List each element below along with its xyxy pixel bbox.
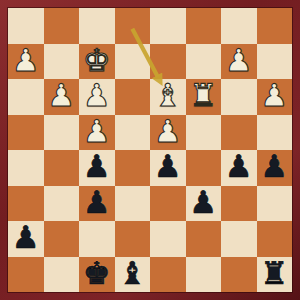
square-f3[interactable]: ♟	[186, 186, 222, 222]
square-f6[interactable]: ♜	[186, 79, 222, 115]
square-a3[interactable]	[8, 186, 44, 222]
square-f4[interactable]	[186, 150, 222, 186]
square-a6[interactable]	[8, 79, 44, 115]
square-h5[interactable]	[257, 115, 293, 151]
white-bishop[interactable]: ♝	[154, 80, 182, 111]
square-e1[interactable]	[150, 257, 186, 293]
square-b5[interactable]	[44, 115, 80, 151]
square-f7[interactable]	[186, 44, 222, 80]
square-e7[interactable]	[150, 44, 186, 80]
black-pawn[interactable]: ♟	[154, 151, 182, 182]
white-pawn[interactable]: ♟	[47, 80, 75, 111]
square-c8[interactable]	[79, 8, 115, 44]
square-h4[interactable]: ♟	[257, 150, 293, 186]
white-pawn[interactable]: ♟	[154, 116, 182, 147]
square-h3[interactable]	[257, 186, 293, 222]
square-b8[interactable]	[44, 8, 80, 44]
square-d2[interactable]	[115, 221, 151, 257]
square-b7[interactable]	[44, 44, 80, 80]
square-h1[interactable]: ♜	[257, 257, 293, 293]
chess-board: ♟♚♟♟♟♝♜♟♟♟♟♟♟♟♟♟♟♚♝♜	[8, 8, 292, 292]
square-c2[interactable]	[79, 221, 115, 257]
square-h8[interactable]	[257, 8, 293, 44]
square-d4[interactable]	[115, 150, 151, 186]
square-g5[interactable]	[221, 115, 257, 151]
black-rook[interactable]: ♜	[260, 258, 288, 289]
black-pawn[interactable]: ♟	[189, 187, 217, 218]
square-g6[interactable]	[221, 79, 257, 115]
square-a7[interactable]: ♟	[8, 44, 44, 80]
white-pawn[interactable]: ♟	[260, 80, 288, 111]
black-pawn[interactable]: ♟	[260, 151, 288, 182]
square-d7[interactable]	[115, 44, 151, 80]
black-pawn[interactable]: ♟	[83, 187, 111, 218]
square-g7[interactable]: ♟	[221, 44, 257, 80]
white-rook[interactable]: ♜	[189, 80, 217, 111]
white-pawn[interactable]: ♟	[83, 80, 111, 111]
square-h7[interactable]	[257, 44, 293, 80]
square-c3[interactable]: ♟	[79, 186, 115, 222]
square-d3[interactable]	[115, 186, 151, 222]
white-pawn[interactable]: ♟	[225, 45, 253, 76]
square-d6[interactable]	[115, 79, 151, 115]
black-bishop[interactable]: ♝	[118, 258, 146, 289]
square-c6[interactable]: ♟	[79, 79, 115, 115]
square-a2[interactable]: ♟	[8, 221, 44, 257]
square-b6[interactable]: ♟	[44, 79, 80, 115]
square-e4[interactable]: ♟	[150, 150, 186, 186]
white-pawn[interactable]: ♟	[83, 116, 111, 147]
square-b3[interactable]	[44, 186, 80, 222]
square-f5[interactable]	[186, 115, 222, 151]
square-f8[interactable]	[186, 8, 222, 44]
square-b1[interactable]	[44, 257, 80, 293]
square-g1[interactable]	[221, 257, 257, 293]
square-a8[interactable]	[8, 8, 44, 44]
square-e8[interactable]	[150, 8, 186, 44]
square-g3[interactable]	[221, 186, 257, 222]
white-king[interactable]: ♚	[83, 45, 111, 76]
square-a4[interactable]	[8, 150, 44, 186]
square-f2[interactable]	[186, 221, 222, 257]
square-g4[interactable]: ♟	[221, 150, 257, 186]
square-c7[interactable]: ♚	[79, 44, 115, 80]
square-c4[interactable]: ♟	[79, 150, 115, 186]
square-e6[interactable]: ♝	[150, 79, 186, 115]
square-a1[interactable]	[8, 257, 44, 293]
square-h6[interactable]: ♟	[257, 79, 293, 115]
black-king[interactable]: ♚	[83, 258, 111, 289]
black-pawn[interactable]: ♟	[12, 222, 40, 253]
square-d8[interactable]	[115, 8, 151, 44]
square-d5[interactable]	[115, 115, 151, 151]
square-b4[interactable]	[44, 150, 80, 186]
square-c1[interactable]: ♚	[79, 257, 115, 293]
square-b2[interactable]	[44, 221, 80, 257]
square-e3[interactable]	[150, 186, 186, 222]
black-pawn[interactable]: ♟	[83, 151, 111, 182]
black-pawn[interactable]: ♟	[225, 151, 253, 182]
board-frame: ♟♚♟♟♟♝♜♟♟♟♟♟♟♟♟♟♟♚♝♜	[0, 0, 300, 300]
square-a5[interactable]	[8, 115, 44, 151]
square-d1[interactable]: ♝	[115, 257, 151, 293]
white-pawn[interactable]: ♟	[12, 45, 40, 76]
square-c5[interactable]: ♟	[79, 115, 115, 151]
square-e2[interactable]	[150, 221, 186, 257]
square-g8[interactable]	[221, 8, 257, 44]
square-g2[interactable]	[221, 221, 257, 257]
square-e5[interactable]: ♟	[150, 115, 186, 151]
square-f1[interactable]	[186, 257, 222, 293]
square-h2[interactable]	[257, 221, 293, 257]
